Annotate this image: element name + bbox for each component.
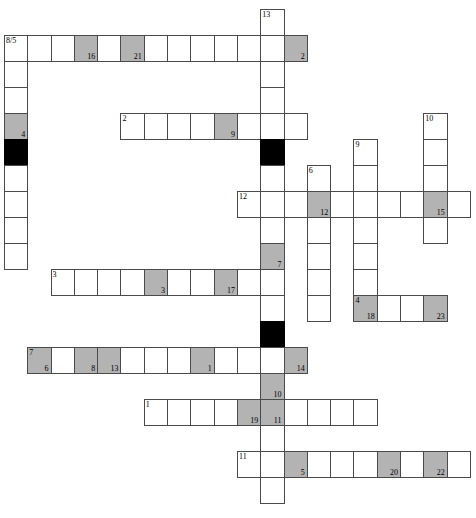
cell-r10c5[interactable]	[121, 270, 143, 295]
clue-number: 2	[122, 114, 126, 123]
cell-r7c18[interactable]: 15	[424, 192, 446, 217]
solution-index-number: 9	[231, 130, 235, 139]
cell-r10c7[interactable]	[168, 270, 190, 295]
cell-r10c13[interactable]	[308, 270, 330, 295]
cell-r4c0[interactable]: 4	[5, 114, 27, 139]
cell-r10c11[interactable]	[261, 270, 283, 295]
cell-r5c15[interactable]: 9	[354, 140, 376, 165]
solution-index-number: 4	[21, 130, 25, 139]
cell-r3c11[interactable]	[261, 88, 283, 113]
cell-r15c8[interactable]	[191, 400, 213, 425]
clue-number: 10	[425, 114, 433, 123]
cell-r7c16[interactable]	[378, 192, 400, 217]
cell-r10c10[interactable]	[238, 270, 260, 295]
cell-r13c8[interactable]: 1	[191, 348, 213, 373]
cell-r7c19[interactable]	[448, 192, 470, 217]
cell-r17c14[interactable]	[331, 452, 353, 477]
cell-r10c2[interactable]: 3	[52, 270, 74, 295]
cell-r15c12[interactable]	[285, 400, 307, 425]
cell-r4c18[interactable]: 10	[424, 114, 446, 139]
cell-r13c1[interactable]: 76	[28, 348, 50, 373]
cell-r1c7[interactable]	[168, 36, 190, 61]
cell-r17c15[interactable]	[354, 452, 376, 477]
cell-r15c10[interactable]: 19	[238, 400, 260, 425]
solution-index-number: 11	[274, 416, 282, 425]
cell-r7c13[interactable]: 12	[308, 192, 330, 217]
cell-r4c8[interactable]	[191, 114, 213, 139]
cell-r15c15[interactable]	[354, 400, 376, 425]
clue-number: 9	[355, 140, 359, 149]
cell-r13c7[interactable]	[168, 348, 190, 373]
solution-index-number: 6	[45, 364, 49, 373]
solution-index-number: 21	[134, 52, 142, 61]
cell-r4c5[interactable]: 2	[121, 114, 143, 139]
cell-r13c11[interactable]	[261, 348, 283, 373]
cell-r4c6[interactable]	[145, 114, 167, 139]
cell-r1c4[interactable]	[98, 36, 120, 61]
cell-r4c7[interactable]	[168, 114, 190, 139]
solution-index-number: 8	[91, 364, 95, 373]
cell-r15c13[interactable]	[308, 400, 330, 425]
cell-r3c0[interactable]	[5, 88, 27, 113]
cell-r10c9[interactable]: 17	[215, 270, 237, 295]
cell-r1c1[interactable]	[28, 36, 50, 61]
solution-index-number: 13	[110, 364, 118, 373]
cell-r17c18[interactable]: 22	[424, 452, 446, 477]
cell-r17c12[interactable]: 5	[285, 452, 307, 477]
cell-r15c14[interactable]	[331, 400, 353, 425]
solution-index-number: 12	[320, 208, 328, 217]
cell-r7c15[interactable]	[354, 192, 376, 217]
cell-r1c9[interactable]	[215, 36, 237, 61]
solution-index-number: 7	[278, 260, 282, 269]
solution-index-number: 16	[87, 52, 95, 61]
cell-r17c17[interactable]	[401, 452, 423, 477]
cell-r10c8[interactable]	[191, 270, 213, 295]
cell-r13c3[interactable]: 8	[75, 348, 97, 373]
solution-index-number: 22	[437, 468, 445, 477]
cell-r14c11[interactable]: 10	[261, 374, 283, 399]
solution-index-number: 2	[301, 52, 305, 61]
cell-r7c11[interactable]	[261, 192, 283, 217]
cell-r13c10[interactable]	[238, 348, 260, 373]
cell-r13c9[interactable]	[215, 348, 237, 373]
cell-r17c16[interactable]: 20	[378, 452, 400, 477]
cell-r15c11[interactable]: 11	[261, 400, 283, 425]
cell-r1c12[interactable]: 2	[285, 36, 307, 61]
cell-r1c8[interactable]	[191, 36, 213, 61]
clue-number: 13	[262, 10, 270, 19]
cell-r1c5[interactable]: 21	[121, 36, 143, 61]
cell-r10c4[interactable]	[98, 270, 120, 295]
cell-r11c18[interactable]: 23	[424, 296, 446, 321]
cell-r15c9[interactable]	[215, 400, 237, 425]
clue-number: 6	[309, 166, 313, 175]
cell-r7c14[interactable]	[331, 192, 353, 217]
cell-r13c5[interactable]	[121, 348, 143, 373]
cell-r11c13[interactable]	[308, 296, 330, 321]
cell-r10c3[interactable]	[75, 270, 97, 295]
solution-index-number: 10	[274, 390, 282, 399]
clue-number: 8/5	[6, 36, 16, 45]
cell-r15c6[interactable]: 1	[145, 400, 167, 425]
crossword-page: 138/516212429109612121573317418237681311…	[0, 0, 476, 518]
cell-r12c11	[261, 322, 283, 347]
solution-index-number: 17	[227, 286, 235, 295]
cell-r15c7[interactable]	[168, 400, 190, 425]
cell-r8c18[interactable]	[424, 218, 446, 243]
cell-r11c16[interactable]	[378, 296, 400, 321]
cell-r17c13[interactable]	[308, 452, 330, 477]
cell-r6c0[interactable]	[5, 166, 27, 191]
cell-r9c15[interactable]	[354, 244, 376, 269]
solution-index-number: 18	[367, 312, 375, 321]
clue-number: 11	[239, 452, 247, 461]
cell-r10c6[interactable]: 3	[145, 270, 167, 295]
cell-r9c11[interactable]: 7	[261, 244, 283, 269]
cell-r6c13[interactable]: 6	[308, 166, 330, 191]
cell-r0c11[interactable]: 13	[261, 10, 283, 35]
cell-r9c13[interactable]	[308, 244, 330, 269]
solution-index-number: 23	[437, 312, 445, 321]
solution-index-number: 14	[297, 364, 305, 373]
solution-index-number: 1	[208, 364, 212, 373]
cell-r7c0[interactable]	[5, 192, 27, 217]
cell-r13c4[interactable]: 13	[98, 348, 120, 373]
cell-r1c10[interactable]	[238, 36, 260, 61]
cell-r17c19[interactable]	[448, 452, 470, 477]
clue-number: 4	[355, 296, 359, 305]
clue-number: 7	[29, 348, 33, 357]
cell-r4c10[interactable]	[238, 114, 260, 139]
cell-r6c11[interactable]	[261, 166, 283, 191]
clue-number: 3	[53, 270, 57, 279]
cell-r8c13[interactable]	[308, 218, 330, 243]
solution-index-number: 15	[437, 208, 445, 217]
cell-r5c0	[5, 140, 27, 165]
cell-r17c10[interactable]: 11	[238, 452, 260, 477]
cell-r2c11[interactable]	[261, 62, 283, 87]
crossword-grid: 138/516212429109612121573317418237681311…	[5, 10, 470, 503]
cell-r8c0[interactable]	[5, 218, 27, 243]
cell-r11c15[interactable]: 418	[354, 296, 376, 321]
clue-number: 12	[239, 192, 247, 201]
cell-r16c11[interactable]	[261, 426, 283, 451]
clue-number: 1	[146, 400, 150, 409]
cell-r1c0[interactable]: 8/5	[5, 36, 27, 61]
solution-index-number: 19	[250, 416, 258, 425]
cell-r11c17[interactable]	[401, 296, 423, 321]
cell-r9c0[interactable]	[5, 244, 27, 269]
cell-r11c11[interactable]	[261, 296, 283, 321]
solution-index-number: 20	[390, 468, 398, 477]
cell-r13c12[interactable]: 14	[285, 348, 307, 373]
cell-r2c0[interactable]	[5, 62, 27, 87]
cell-r18c11[interactable]	[261, 478, 283, 503]
cell-r4c9[interactable]: 9	[215, 114, 237, 139]
cell-r1c2[interactable]	[52, 36, 74, 61]
cell-r7c17[interactable]	[401, 192, 423, 217]
cell-r7c12[interactable]	[285, 192, 307, 217]
cell-r1c3[interactable]: 16	[75, 36, 97, 61]
cell-r8c15[interactable]	[354, 218, 376, 243]
cell-r6c18[interactable]	[424, 166, 446, 191]
solution-index-number: 3	[161, 286, 165, 295]
cell-r5c11	[261, 140, 283, 165]
cell-r10c15[interactable]	[354, 270, 376, 295]
cell-r17c11[interactable]	[261, 452, 283, 477]
cell-r13c2[interactable]	[52, 348, 74, 373]
cell-r13c6[interactable]	[145, 348, 167, 373]
cell-r7c10[interactable]: 12	[238, 192, 260, 217]
cell-r1c6[interactable]	[145, 36, 167, 61]
cell-r4c11[interactable]	[261, 114, 283, 139]
cell-r1c11[interactable]	[261, 36, 283, 61]
cell-r5c18[interactable]	[424, 140, 446, 165]
cell-r8c11[interactable]	[261, 218, 283, 243]
solution-index-number: 5	[301, 468, 305, 477]
cell-r6c15[interactable]	[354, 166, 376, 191]
cell-r4c12[interactable]	[285, 114, 307, 139]
